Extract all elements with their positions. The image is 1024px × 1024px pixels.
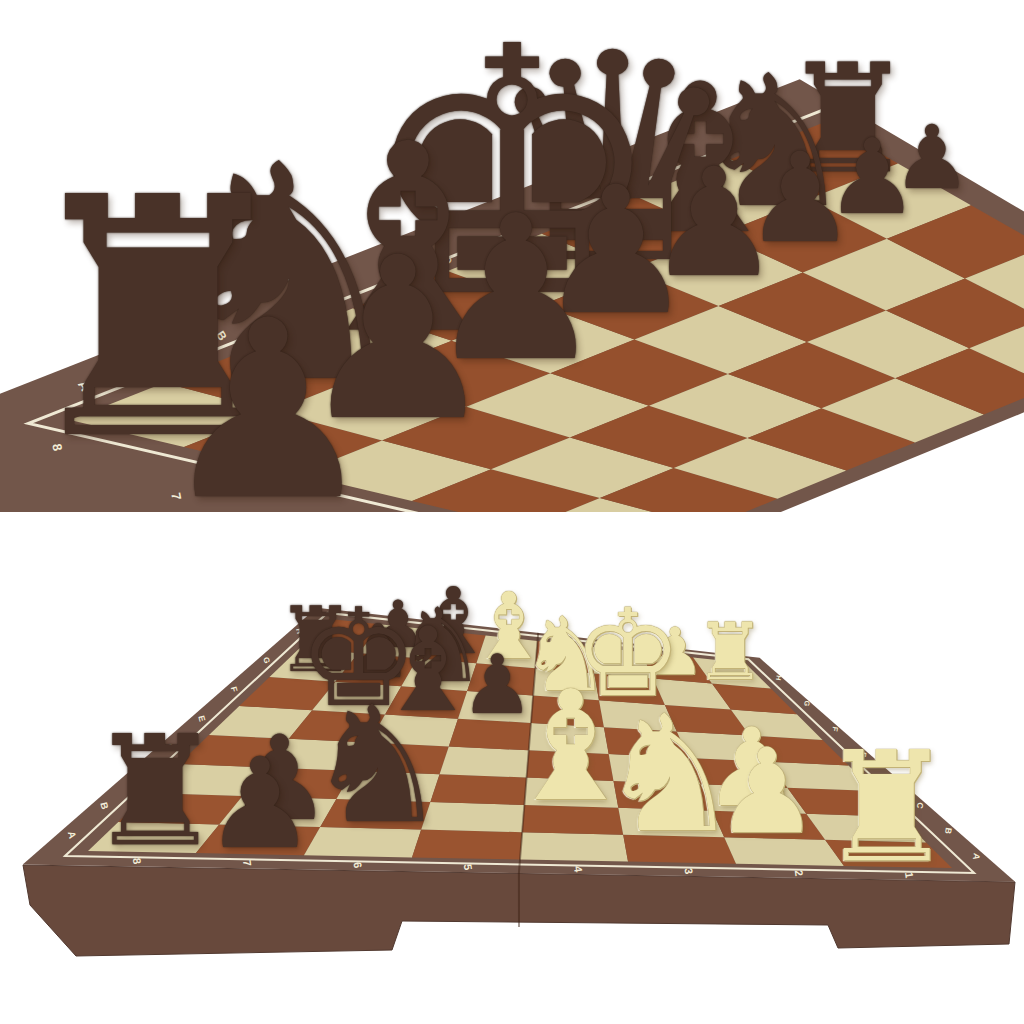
- bottom-square: [524, 778, 618, 808]
- bottom-square: [467, 663, 535, 695]
- bottom-square: [724, 837, 844, 866]
- bottom-square: [604, 727, 689, 758]
- bottom-square: [618, 808, 724, 838]
- product-photo-collage: ABCD87 ♜♞♝♚♛♝♞♜♟♟♟♟♟♟♟♟ 87654321ABCDEFGH…: [0, 0, 1024, 1024]
- bottom-square: [458, 691, 533, 723]
- top-chessboard: ABCD87: [0, 0, 1024, 512]
- bottom-square: [527, 750, 614, 781]
- bottom-square: [412, 830, 522, 860]
- bottom-square: [609, 754, 701, 784]
- bottom-photo-panel: 87654321ABCDEFGHABCDEFGH ♟♝♝♟♜♜♟♞♞♚♚♝♟♝♟…: [0, 512, 1024, 1024]
- bottom-square: [449, 719, 531, 751]
- bottom-square: [304, 827, 421, 857]
- bottom-square: [533, 668, 599, 700]
- bottom-square: [529, 723, 609, 754]
- bottom-square: [476, 636, 537, 669]
- bottom-square: [353, 743, 449, 775]
- bottom-square: [623, 835, 736, 864]
- bottom-square: [421, 802, 524, 832]
- bottom-square: [336, 771, 439, 802]
- bottom-square: [440, 746, 529, 777]
- top-photo-panel: ABCD87 ♜♞♝♚♛♝♞♜♟♟♟♟♟♟♟♟: [0, 0, 1024, 512]
- bottom-square: [430, 774, 526, 805]
- bottom-square: [522, 805, 623, 835]
- bottom-square: [520, 832, 628, 861]
- bottom-square: [320, 799, 430, 830]
- bottom-square: [531, 696, 604, 728]
- bottom-chessboard: 87654321ABCDEFGHABCDEFGH: [0, 512, 1024, 1024]
- bottom-square: [614, 781, 713, 811]
